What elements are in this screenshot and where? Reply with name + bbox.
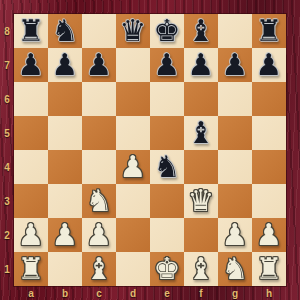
square-a1[interactable]: ♜ — [14, 252, 48, 286]
file-label-b: b — [48, 286, 82, 300]
white-rook-h1[interactable]: ♜ — [256, 252, 283, 286]
white-bishop-f1[interactable]: ♝ — [188, 252, 215, 286]
square-f7[interactable]: ♟ — [184, 48, 218, 82]
square-g7[interactable]: ♟ — [218, 48, 252, 82]
white-pawn-b2[interactable]: ♟ — [52, 218, 79, 252]
square-f4[interactable] — [184, 150, 218, 184]
file-labels: abcdefgh — [14, 286, 286, 300]
rank-label-2: 2 — [0, 218, 14, 252]
square-h4[interactable] — [252, 150, 286, 184]
black-pawn-a7[interactable]: ♟ — [18, 48, 45, 82]
square-h7[interactable]: ♟ — [252, 48, 286, 82]
square-h2[interactable]: ♟ — [252, 218, 286, 252]
square-g6[interactable] — [218, 82, 252, 116]
file-label-f: f — [184, 286, 218, 300]
white-pawn-a2[interactable]: ♟ — [18, 218, 45, 252]
rank-label-5: 5 — [0, 116, 14, 150]
square-d3[interactable] — [116, 184, 150, 218]
file-label-h: h — [252, 286, 286, 300]
white-bishop-c1[interactable]: ♝ — [86, 252, 113, 286]
white-pawn-h2[interactable]: ♟ — [256, 218, 283, 252]
rank-label-4: 4 — [0, 150, 14, 184]
square-g3[interactable] — [218, 184, 252, 218]
square-a4[interactable] — [14, 150, 48, 184]
file-label-d: d — [116, 286, 150, 300]
square-d4[interactable]: ♟ — [116, 150, 150, 184]
square-c5[interactable] — [82, 116, 116, 150]
square-f6[interactable] — [184, 82, 218, 116]
square-b6[interactable] — [48, 82, 82, 116]
square-d6[interactable] — [116, 82, 150, 116]
square-b8[interactable]: ♞ — [48, 14, 82, 48]
black-pawn-c7[interactable]: ♟ — [86, 48, 113, 82]
square-h1[interactable]: ♜ — [252, 252, 286, 286]
rank-label-3: 3 — [0, 184, 14, 218]
square-e6[interactable] — [150, 82, 184, 116]
file-label-e: e — [150, 286, 184, 300]
square-g5[interactable] — [218, 116, 252, 150]
square-f2[interactable] — [184, 218, 218, 252]
square-a6[interactable] — [14, 82, 48, 116]
square-h8[interactable]: ♜ — [252, 14, 286, 48]
square-b4[interactable] — [48, 150, 82, 184]
square-d1[interactable] — [116, 252, 150, 286]
square-h3[interactable] — [252, 184, 286, 218]
square-f3[interactable]: ♛ — [184, 184, 218, 218]
black-pawn-h7[interactable]: ♟ — [256, 48, 283, 82]
black-king-e8[interactable]: ♚ — [154, 14, 181, 48]
square-e7[interactable]: ♟ — [150, 48, 184, 82]
white-pawn-d4[interactable]: ♟ — [120, 150, 147, 184]
black-knight-b8[interactable]: ♞ — [52, 14, 79, 48]
file-label-g: g — [218, 286, 252, 300]
square-c4[interactable] — [82, 150, 116, 184]
black-bishop-f5[interactable]: ♝ — [188, 116, 215, 150]
square-b5[interactable] — [48, 116, 82, 150]
square-e5[interactable] — [150, 116, 184, 150]
chess-board: ♜♞♛♚♝♜♟♟♟♟♟♟♟♝♟♞♞♛♟♟♟♟♟♜♝♚♝♞♜ — [14, 14, 286, 286]
rank-label-8: 8 — [0, 14, 14, 48]
square-d5[interactable] — [116, 116, 150, 150]
black-pawn-g7[interactable]: ♟ — [222, 48, 249, 82]
square-f8[interactable]: ♝ — [184, 14, 218, 48]
white-knight-c3[interactable]: ♞ — [86, 184, 113, 218]
square-c8[interactable] — [82, 14, 116, 48]
square-e1[interactable]: ♚ — [150, 252, 184, 286]
white-rook-a1[interactable]: ♜ — [18, 252, 45, 286]
square-c7[interactable]: ♟ — [82, 48, 116, 82]
rank-labels: 87654321 — [0, 14, 14, 286]
square-a8[interactable]: ♜ — [14, 14, 48, 48]
square-f5[interactable]: ♝ — [184, 116, 218, 150]
square-d7[interactable] — [116, 48, 150, 82]
black-knight-e4[interactable]: ♞ — [154, 150, 181, 184]
file-label-c: c — [82, 286, 116, 300]
square-f1[interactable]: ♝ — [184, 252, 218, 286]
square-g4[interactable] — [218, 150, 252, 184]
rank-label-1: 1 — [0, 252, 14, 286]
file-label-a: a — [14, 286, 48, 300]
square-h5[interactable] — [252, 116, 286, 150]
white-pawn-g2[interactable]: ♟ — [222, 218, 249, 252]
white-queen-f3[interactable]: ♛ — [188, 184, 215, 218]
square-a7[interactable]: ♟ — [14, 48, 48, 82]
square-d2[interactable] — [116, 218, 150, 252]
rank-label-6: 6 — [0, 82, 14, 116]
square-c2[interactable]: ♟ — [82, 218, 116, 252]
square-a5[interactable] — [14, 116, 48, 150]
black-pawn-e7[interactable]: ♟ — [154, 48, 181, 82]
square-e3[interactable] — [150, 184, 184, 218]
square-a3[interactable] — [14, 184, 48, 218]
square-c3[interactable]: ♞ — [82, 184, 116, 218]
square-e8[interactable]: ♚ — [150, 14, 184, 48]
rank-label-7: 7 — [0, 48, 14, 82]
square-e4[interactable]: ♞ — [150, 150, 184, 184]
black-queen-d8[interactable]: ♛ — [120, 14, 147, 48]
square-c1[interactable]: ♝ — [82, 252, 116, 286]
white-king-e1[interactable]: ♚ — [154, 252, 181, 286]
square-g1[interactable]: ♞ — [218, 252, 252, 286]
square-c6[interactable] — [82, 82, 116, 116]
black-rook-a8[interactable]: ♜ — [18, 14, 45, 48]
white-knight-g1[interactable]: ♞ — [222, 252, 249, 286]
square-b1[interactable] — [48, 252, 82, 286]
black-rook-h8[interactable]: ♜ — [256, 14, 283, 48]
square-h6[interactable] — [252, 82, 286, 116]
square-b3[interactable] — [48, 184, 82, 218]
square-e2[interactable] — [150, 218, 184, 252]
black-pawn-b7[interactable]: ♟ — [52, 48, 79, 82]
square-b2[interactable]: ♟ — [48, 218, 82, 252]
square-d8[interactable]: ♛ — [116, 14, 150, 48]
chess-board-window: 87654321 abcdefgh ♜♞♛♚♝♜♟♟♟♟♟♟♟♝♟♞♞♛♟♟♟♟… — [0, 0, 300, 300]
square-a2[interactable]: ♟ — [14, 218, 48, 252]
square-b7[interactable]: ♟ — [48, 48, 82, 82]
square-g2[interactable]: ♟ — [218, 218, 252, 252]
white-pawn-c2[interactable]: ♟ — [86, 218, 113, 252]
square-g8[interactable] — [218, 14, 252, 48]
black-bishop-f8[interactable]: ♝ — [188, 14, 215, 48]
black-pawn-f7[interactable]: ♟ — [188, 48, 215, 82]
